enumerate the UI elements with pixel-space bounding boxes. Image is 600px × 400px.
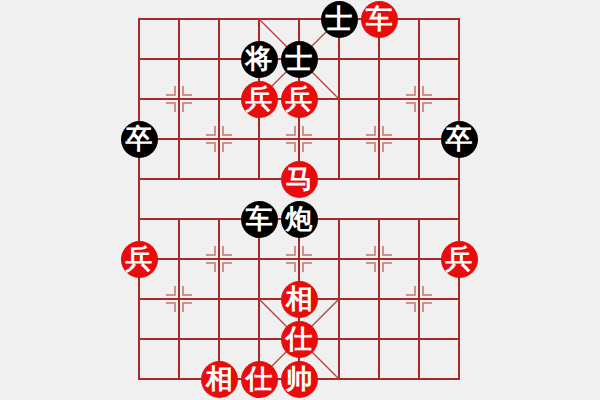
xiangqi-board[interactable]: 士车将士兵兵卒卒马车炮兵兵相仕相仕帅: [0, 0, 600, 400]
piece-red-soldier-3[interactable]: 兵: [121, 241, 158, 278]
piece-red-soldier-1[interactable]: 兵: [241, 81, 278, 118]
piece-black-general[interactable]: 将: [241, 41, 278, 78]
piece-red-king[interactable]: 帅: [281, 361, 318, 398]
piece-black-soldier-2[interactable]: 卒: [441, 121, 478, 158]
piece-red-soldier-2[interactable]: 兵: [281, 81, 318, 118]
xiangqi-app: 士车将士兵兵卒卒马车炮兵兵相仕相仕帅: [0, 0, 600, 400]
piece-grid: 士车将士兵兵卒卒马车炮兵兵相仕相仕帅: [119, 0, 479, 399]
piece-red-advisor-1[interactable]: 仕: [281, 321, 318, 358]
piece-black-soldier-1[interactable]: 卒: [121, 121, 158, 158]
piece-red-soldier-4[interactable]: 兵: [441, 241, 478, 278]
piece-black-cannon[interactable]: 炮: [281, 201, 318, 238]
piece-black-advisor-1[interactable]: 士: [321, 1, 358, 38]
piece-black-advisor-2[interactable]: 士: [281, 41, 318, 78]
piece-red-elephant-2[interactable]: 相: [201, 361, 238, 398]
piece-red-chariot[interactable]: 车: [361, 1, 398, 38]
piece-red-advisor-2[interactable]: 仕: [241, 361, 278, 398]
piece-black-chariot[interactable]: 车: [241, 201, 278, 238]
piece-red-elephant-1[interactable]: 相: [281, 281, 318, 318]
piece-red-horse[interactable]: 马: [281, 161, 318, 198]
